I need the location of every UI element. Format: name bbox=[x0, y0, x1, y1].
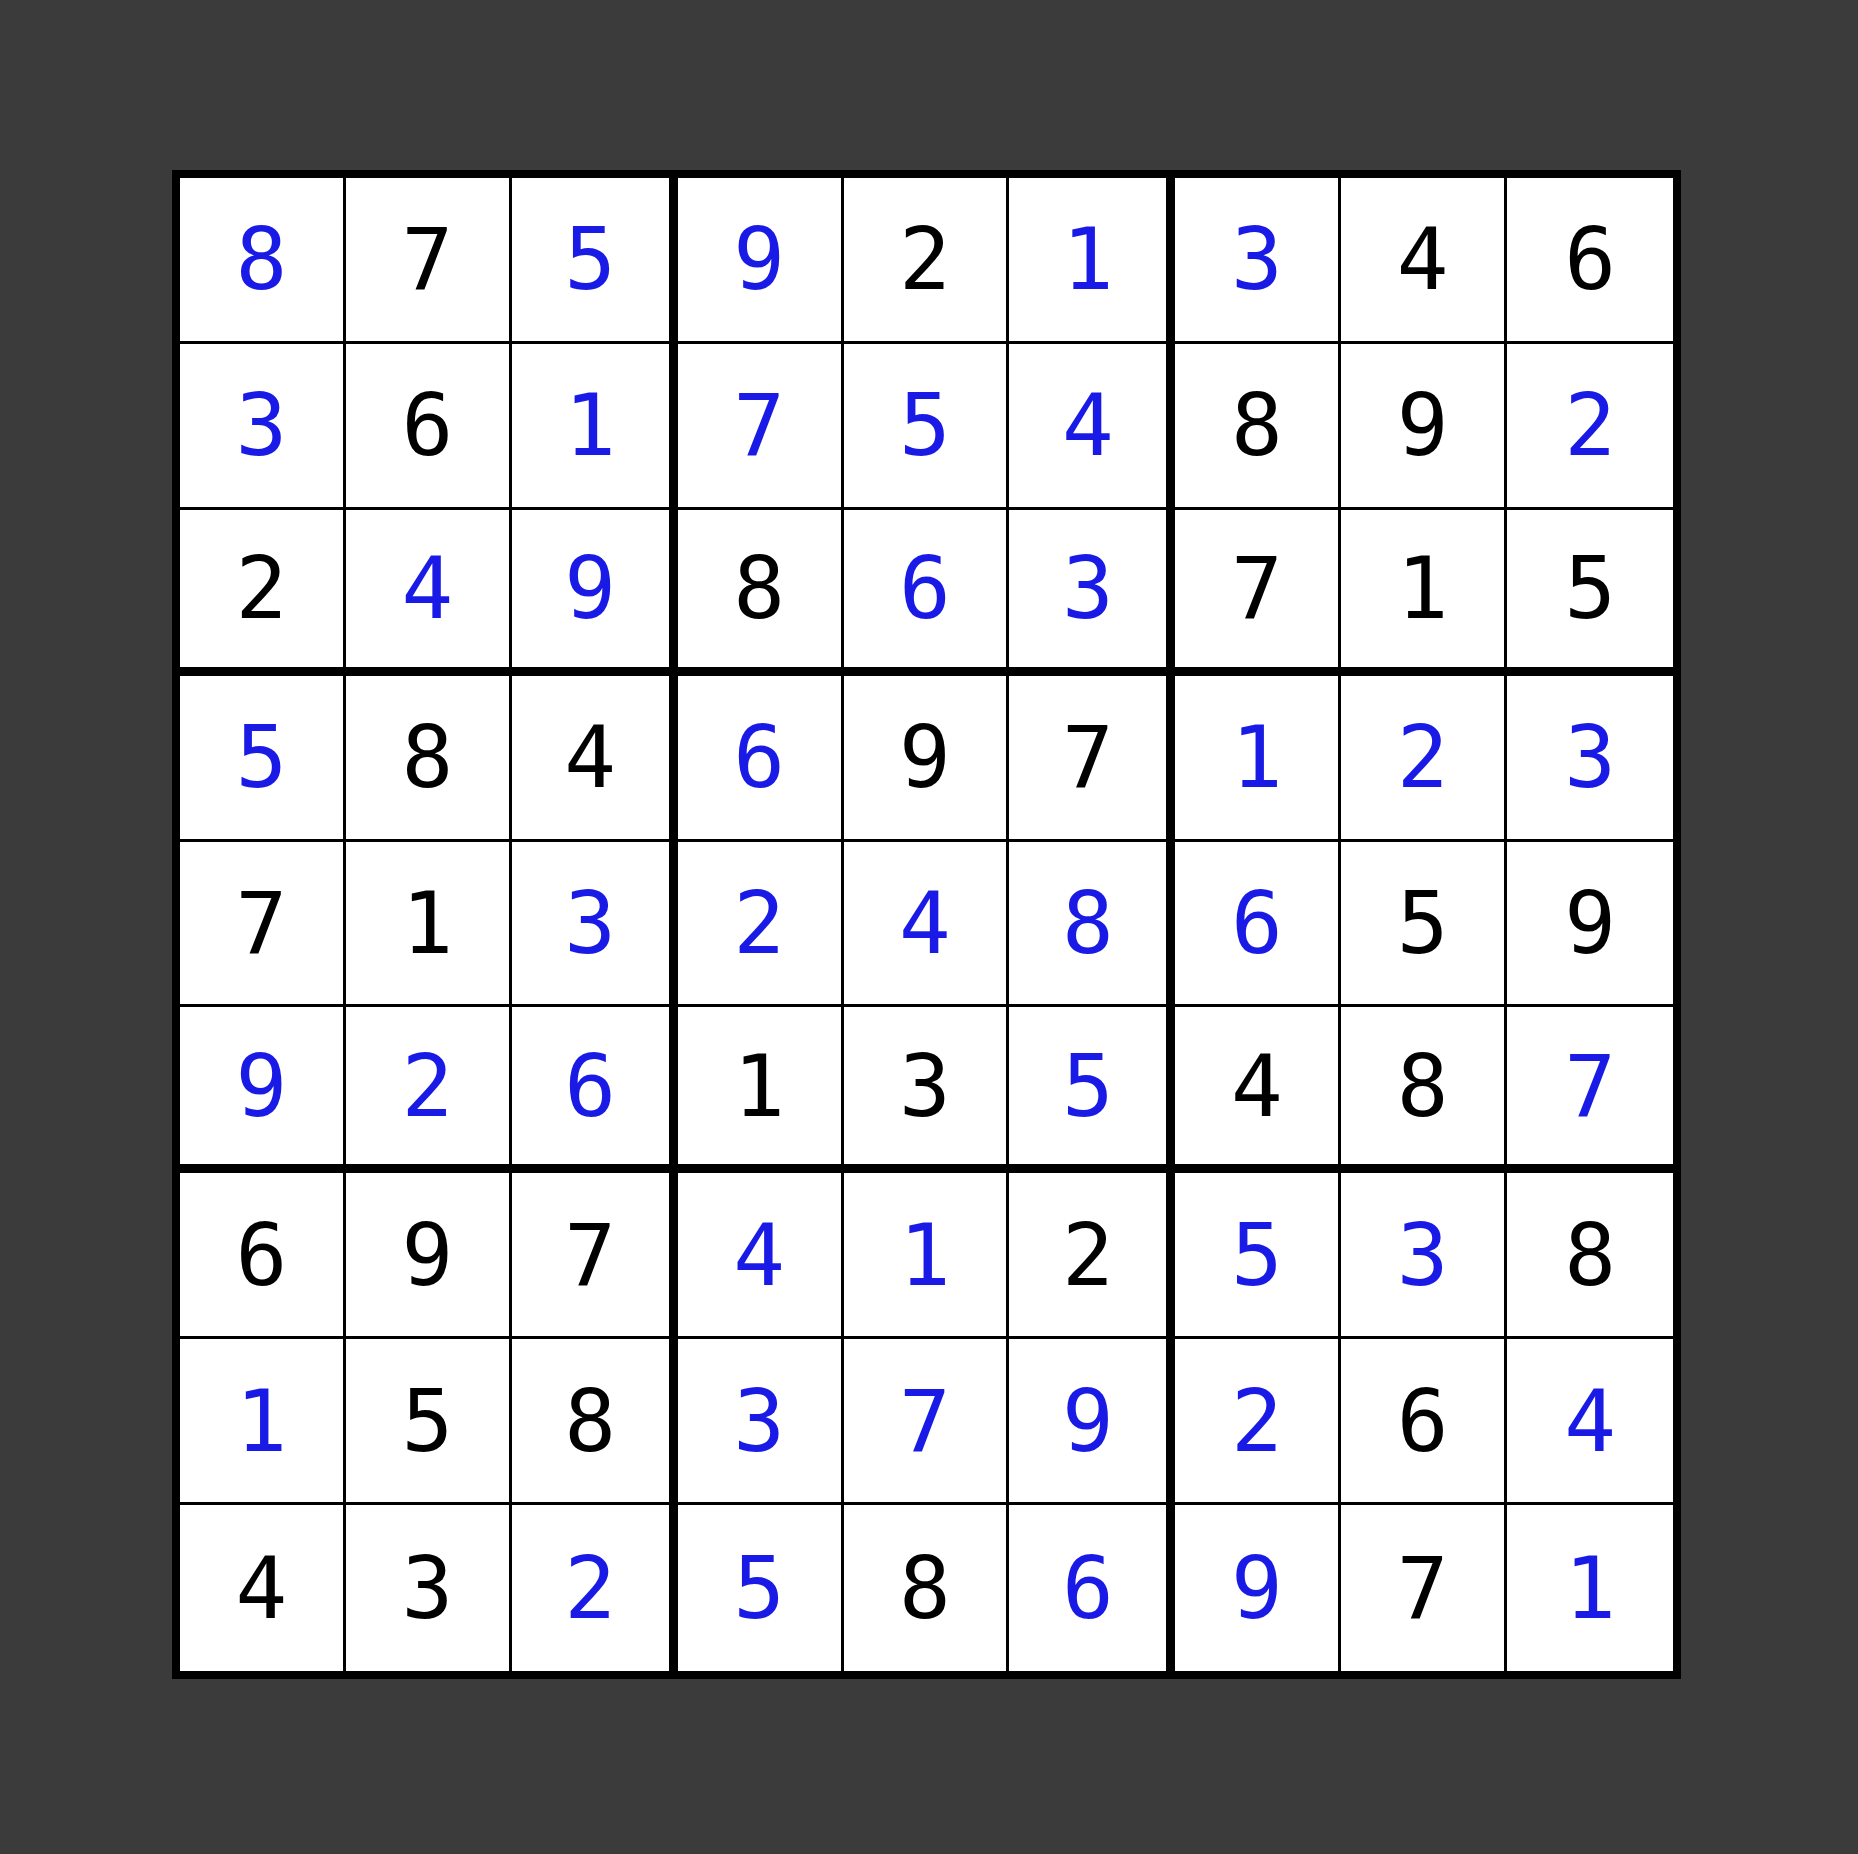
given-digit: 8 bbox=[1231, 382, 1283, 468]
entered-digit: 6 bbox=[1062, 1545, 1114, 1631]
entered-digit: 1 bbox=[564, 382, 616, 468]
given-digit: 8 bbox=[564, 1378, 616, 1464]
given-digit: 6 bbox=[1564, 216, 1616, 302]
given-digit: 8 bbox=[1564, 1212, 1616, 1298]
sudoku-cell-r9c4[interactable]: 5 bbox=[678, 1505, 844, 1671]
given-digit: 8 bbox=[733, 545, 785, 631]
entered-digit: 5 bbox=[733, 1545, 785, 1631]
entered-digit: 7 bbox=[733, 382, 785, 468]
sudoku-cell-r2c3[interactable]: 1 bbox=[512, 344, 678, 510]
given-digit: 2 bbox=[1062, 1212, 1114, 1298]
sudoku-cell-r3c7[interactable]: 7 bbox=[1175, 510, 1341, 676]
given-digit: 8 bbox=[1397, 1043, 1449, 1129]
given-digit: 9 bbox=[1564, 880, 1616, 966]
sudoku-cell-r5c9[interactable]: 9 bbox=[1507, 842, 1673, 1008]
sudoku-cell-r3c1[interactable]: 2 bbox=[180, 510, 346, 676]
sudoku-cell-r2c8[interactable]: 9 bbox=[1341, 344, 1507, 510]
entered-digit: 5 bbox=[236, 714, 288, 800]
given-digit: 7 bbox=[1062, 714, 1114, 800]
given-digit: 4 bbox=[236, 1545, 288, 1631]
sudoku-cell-r7c5[interactable]: 1 bbox=[844, 1173, 1010, 1339]
given-digit: 3 bbox=[401, 1545, 453, 1631]
sudoku-cell-r4c1[interactable]: 5 bbox=[180, 676, 346, 842]
sudoku-cell-r2c7[interactable]: 8 bbox=[1175, 344, 1341, 510]
given-digit: 2 bbox=[236, 545, 288, 631]
sudoku-cell-r5c8[interactable]: 5 bbox=[1341, 842, 1507, 1008]
entered-digit: 1 bbox=[1062, 216, 1114, 302]
sudoku-cell-r2c5[interactable]: 5 bbox=[844, 344, 1010, 510]
given-digit: 6 bbox=[401, 382, 453, 468]
sudoku-cell-r6c6[interactable]: 5 bbox=[1009, 1007, 1175, 1173]
given-digit: 7 bbox=[564, 1212, 616, 1298]
entered-digit: 2 bbox=[564, 1545, 616, 1631]
sudoku-cell-r9c9[interactable]: 1 bbox=[1507, 1505, 1673, 1671]
given-digit: 2 bbox=[899, 216, 951, 302]
given-digit: 7 bbox=[236, 880, 288, 966]
entered-digit: 7 bbox=[899, 1378, 951, 1464]
sudoku-cell-r4c9[interactable]: 3 bbox=[1507, 676, 1673, 842]
sudoku-cell-r2c2[interactable]: 6 bbox=[346, 344, 512, 510]
entered-digit: 9 bbox=[236, 1043, 288, 1129]
sudoku-cell-r9c7[interactable]: 9 bbox=[1175, 1505, 1341, 1671]
sudoku-cell-r7c7[interactable]: 5 bbox=[1175, 1173, 1341, 1339]
sudoku-cell-r2c1[interactable]: 3 bbox=[180, 344, 346, 510]
sudoku-cell-r6c3[interactable]: 6 bbox=[512, 1007, 678, 1173]
sudoku-cell-r6c2[interactable]: 2 bbox=[346, 1007, 512, 1173]
sudoku-cell-r5c5[interactable]: 4 bbox=[844, 842, 1010, 1008]
entered-digit: 9 bbox=[1062, 1378, 1114, 1464]
sudoku-cell-r4c6[interactable]: 7 bbox=[1009, 676, 1175, 842]
entered-digit: 3 bbox=[1397, 1212, 1449, 1298]
entered-digit: 3 bbox=[733, 1378, 785, 1464]
entered-digit: 1 bbox=[236, 1378, 288, 1464]
given-digit: 1 bbox=[733, 1043, 785, 1129]
sudoku-cell-r8c4[interactable]: 3 bbox=[678, 1339, 844, 1505]
sudoku-cell-r9c3[interactable]: 2 bbox=[512, 1505, 678, 1671]
sudoku-cell-r1c1[interactable]: 8 bbox=[180, 178, 346, 344]
sudoku-cell-r8c3[interactable]: 8 bbox=[512, 1339, 678, 1505]
sudoku-cell-r1c3[interactable]: 5 bbox=[512, 178, 678, 344]
sudoku-cell-r8c6[interactable]: 9 bbox=[1009, 1339, 1175, 1505]
sudoku-cell-r4c4[interactable]: 6 bbox=[678, 676, 844, 842]
sudoku-cell-r8c2[interactable]: 5 bbox=[346, 1339, 512, 1505]
sudoku-cell-r1c9[interactable]: 6 bbox=[1507, 178, 1673, 344]
sudoku-cell-r7c3[interactable]: 7 bbox=[512, 1173, 678, 1339]
sudoku-cell-r3c5[interactable]: 6 bbox=[844, 510, 1010, 676]
entered-digit: 4 bbox=[1062, 382, 1114, 468]
entered-digit: 5 bbox=[1231, 1212, 1283, 1298]
sudoku-cell-r3c6[interactable]: 3 bbox=[1009, 510, 1175, 676]
entered-digit: 5 bbox=[1062, 1043, 1114, 1129]
sudoku-cell-r5c4[interactable]: 2 bbox=[678, 842, 844, 1008]
given-digit: 9 bbox=[899, 714, 951, 800]
entered-digit: 1 bbox=[1564, 1545, 1616, 1631]
sudoku-cell-r9c1[interactable]: 4 bbox=[180, 1505, 346, 1671]
entered-digit: 5 bbox=[564, 216, 616, 302]
sudoku-cell-r3c3[interactable]: 9 bbox=[512, 510, 678, 676]
sudoku-cell-r8c1[interactable]: 1 bbox=[180, 1339, 346, 1505]
sudoku-cell-r3c2[interactable]: 4 bbox=[346, 510, 512, 676]
entered-digit: 9 bbox=[1231, 1545, 1283, 1631]
sudoku-cell-r7c6[interactable]: 2 bbox=[1009, 1173, 1175, 1339]
given-digit: 4 bbox=[1231, 1043, 1283, 1129]
given-digit: 9 bbox=[401, 1212, 453, 1298]
sudoku-cell-r6c1[interactable]: 9 bbox=[180, 1007, 346, 1173]
given-digit: 5 bbox=[401, 1378, 453, 1464]
given-digit: 6 bbox=[1397, 1378, 1449, 1464]
entered-digit: 2 bbox=[1564, 382, 1616, 468]
sudoku-cell-r6c7[interactable]: 4 bbox=[1175, 1007, 1341, 1173]
given-digit: 5 bbox=[1564, 545, 1616, 631]
sudoku-cell-r1c2[interactable]: 7 bbox=[346, 178, 512, 344]
entered-digit: 4 bbox=[899, 880, 951, 966]
given-digit: 5 bbox=[1397, 880, 1449, 966]
entered-digit: 2 bbox=[401, 1043, 453, 1129]
sudoku-cell-r8c5[interactable]: 7 bbox=[844, 1339, 1010, 1505]
given-digit: 6 bbox=[236, 1212, 288, 1298]
sudoku-cell-r1c6[interactable]: 1 bbox=[1009, 178, 1175, 344]
given-digit: 7 bbox=[401, 216, 453, 302]
entered-digit: 8 bbox=[1062, 880, 1114, 966]
entered-digit: 6 bbox=[1231, 880, 1283, 966]
sudoku-cell-r5c1[interactable]: 7 bbox=[180, 842, 346, 1008]
given-digit: 1 bbox=[1397, 545, 1449, 631]
sudoku-cell-r7c8[interactable]: 3 bbox=[1341, 1173, 1507, 1339]
sudoku-cell-r8c9[interactable]: 4 bbox=[1507, 1339, 1673, 1505]
given-digit: 8 bbox=[401, 714, 453, 800]
sudoku-cell-r2c6[interactable]: 4 bbox=[1009, 344, 1175, 510]
sudoku-cell-r9c6[interactable]: 6 bbox=[1009, 1505, 1175, 1671]
sudoku-cell-r5c3[interactable]: 3 bbox=[512, 842, 678, 1008]
given-digit: 4 bbox=[564, 714, 616, 800]
entered-digit: 5 bbox=[899, 382, 951, 468]
sudoku-cell-r4c5[interactable]: 9 bbox=[844, 676, 1010, 842]
given-digit: 7 bbox=[1397, 1545, 1449, 1631]
entered-digit: 2 bbox=[1231, 1378, 1283, 1464]
entered-digit: 9 bbox=[733, 216, 785, 302]
given-digit: 4 bbox=[1397, 216, 1449, 302]
entered-digit: 9 bbox=[564, 545, 616, 631]
entered-digit: 7 bbox=[1564, 1043, 1616, 1129]
entered-digit: 4 bbox=[1564, 1378, 1616, 1464]
entered-digit: 4 bbox=[733, 1212, 785, 1298]
sudoku-cell-r6c8[interactable]: 8 bbox=[1341, 1007, 1507, 1173]
entered-digit: 6 bbox=[899, 545, 951, 631]
entered-digit: 3 bbox=[564, 880, 616, 966]
sudoku-cell-r1c4[interactable]: 9 bbox=[678, 178, 844, 344]
given-digit: 8 bbox=[899, 1545, 951, 1631]
sudoku-cell-r5c2[interactable]: 1 bbox=[346, 842, 512, 1008]
given-digit: 9 bbox=[1397, 382, 1449, 468]
sudoku-cell-r4c3[interactable]: 4 bbox=[512, 676, 678, 842]
entered-digit: 1 bbox=[1231, 714, 1283, 800]
sudoku-cell-r5c7[interactable]: 6 bbox=[1175, 842, 1341, 1008]
sudoku-cell-r7c9[interactable]: 8 bbox=[1507, 1173, 1673, 1339]
sudoku-cell-r1c5[interactable]: 2 bbox=[844, 178, 1010, 344]
sudoku-cell-r4c7[interactable]: 1 bbox=[1175, 676, 1341, 842]
sudoku-cell-r1c8[interactable]: 4 bbox=[1341, 178, 1507, 344]
given-digit: 7 bbox=[1231, 545, 1283, 631]
sudoku-cell-r7c2[interactable]: 9 bbox=[346, 1173, 512, 1339]
given-digit: 3 bbox=[899, 1043, 951, 1129]
sudoku-cell-r1c7[interactable]: 3 bbox=[1175, 178, 1341, 344]
entered-digit: 3 bbox=[236, 382, 288, 468]
entered-digit: 2 bbox=[1397, 714, 1449, 800]
entered-digit: 6 bbox=[564, 1043, 616, 1129]
sudoku-cell-r3c9[interactable]: 5 bbox=[1507, 510, 1673, 676]
entered-digit: 3 bbox=[1564, 714, 1616, 800]
sudoku-board: 8759213463617548922498637155846971237132… bbox=[172, 170, 1681, 1679]
entered-digit: 2 bbox=[733, 880, 785, 966]
entered-digit: 3 bbox=[1231, 216, 1283, 302]
sudoku-cell-r3c4[interactable]: 8 bbox=[678, 510, 844, 676]
entered-digit: 8 bbox=[236, 216, 288, 302]
entered-digit: 4 bbox=[401, 545, 453, 631]
sudoku-cell-r7c4[interactable]: 4 bbox=[678, 1173, 844, 1339]
sudoku-cell-r9c8[interactable]: 7 bbox=[1341, 1505, 1507, 1671]
sudoku-cell-r9c2[interactable]: 3 bbox=[346, 1505, 512, 1671]
sudoku-cell-r8c8[interactable]: 6 bbox=[1341, 1339, 1507, 1505]
entered-digit: 6 bbox=[733, 714, 785, 800]
sudoku-cell-r9c5[interactable]: 8 bbox=[844, 1505, 1010, 1671]
entered-digit: 3 bbox=[1062, 545, 1114, 631]
sudoku-cell-r4c2[interactable]: 8 bbox=[346, 676, 512, 842]
entered-digit: 1 bbox=[899, 1212, 951, 1298]
sudoku-cell-r7c1[interactable]: 6 bbox=[180, 1173, 346, 1339]
given-digit: 1 bbox=[401, 880, 453, 966]
sudoku-cell-r3c8[interactable]: 1 bbox=[1341, 510, 1507, 676]
sudoku-cell-r8c7[interactable]: 2 bbox=[1175, 1339, 1341, 1505]
sudoku-cell-r2c9[interactable]: 2 bbox=[1507, 344, 1673, 510]
sudoku-cell-r2c4[interactable]: 7 bbox=[678, 344, 844, 510]
sudoku-cell-r6c9[interactable]: 7 bbox=[1507, 1007, 1673, 1173]
sudoku-cell-r4c8[interactable]: 2 bbox=[1341, 676, 1507, 842]
sudoku-cell-r6c5[interactable]: 3 bbox=[844, 1007, 1010, 1173]
sudoku-cell-r5c6[interactable]: 8 bbox=[1009, 842, 1175, 1008]
sudoku-cell-r6c4[interactable]: 1 bbox=[678, 1007, 844, 1173]
